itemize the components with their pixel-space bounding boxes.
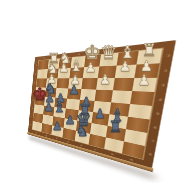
- pieces-layer: ♜♞♚♛♝♜♞♟♝♟♟♟♟♟♟♟♞♟♚♟♟♟♟♝♜♟♝♟♛♜♟♞: [0, 0, 183, 183]
- piece-white-pawn-a2: ♟: [140, 59, 153, 73]
- piece-white-pawn-f2: ♟: [59, 63, 70, 75]
- piece-white-king-d1: ♚: [83, 43, 101, 63]
- piece-black-rook-d6: ♜: [78, 104, 91, 119]
- piece-black-bishop-b6: ♝: [110, 107, 125, 124]
- piece-black-knight-d8: ♞: [76, 125, 89, 140]
- piece-white-pawn-g3: ♟: [46, 74, 56, 86]
- piece-white-pawn-d2: ♟: [85, 62, 96, 75]
- piece-black-pawn-d5: ♟: [81, 95, 92, 108]
- chess-set-photo: hhggffeeddccbbaa1122334455667788 ♜♞♚♛♝♜♞…: [0, 0, 183, 183]
- piece-white-knight-g2: ♞: [47, 62, 59, 76]
- piece-white-rook-g1: ♜: [47, 52, 59, 66]
- piece-white-pawn-b2: ♟: [119, 60, 131, 74]
- piece-black-pawn-e4: ♟: [68, 84, 79, 96]
- piece-black-pawn-c6: ♟: [94, 108, 106, 121]
- piece-black-queen-d7: ♛: [75, 111, 91, 129]
- piece-white-knight-f1: ♞: [59, 51, 72, 65]
- piece-black-bishop-f6: ♝: [53, 100, 66, 115]
- piece-black-pawn-g5: ♟: [44, 92, 54, 103]
- piece-black-pawn-f5: ♟: [55, 93, 65, 105]
- piece-black-rook-b7: ♜: [108, 120, 122, 136]
- piece-black-pawn-f8: ♟: [52, 122, 62, 134]
- piece-white-pawn-c3: ♟: [99, 73, 111, 86]
- piece-white-rook-a1: ♜: [141, 42, 156, 59]
- piece-white-pawn-e3: ♟: [70, 73, 81, 85]
- piece-white-bishop-b1: ♝: [120, 43, 136, 60]
- piece-white-bishop-e2: ♝: [70, 59, 84, 75]
- piece-black-pawn-e7: ♟: [65, 114, 76, 126]
- piece-black-knight-g4: ♞: [45, 81, 57, 95]
- piece-white-queen-c1: ♛: [100, 43, 117, 62]
- piece-black-king-h5: ♚: [32, 85, 47, 102]
- piece-white-pawn-a3: ♟: [138, 73, 151, 87]
- piece-black-pawn-g6: ♟: [43, 101, 53, 112]
